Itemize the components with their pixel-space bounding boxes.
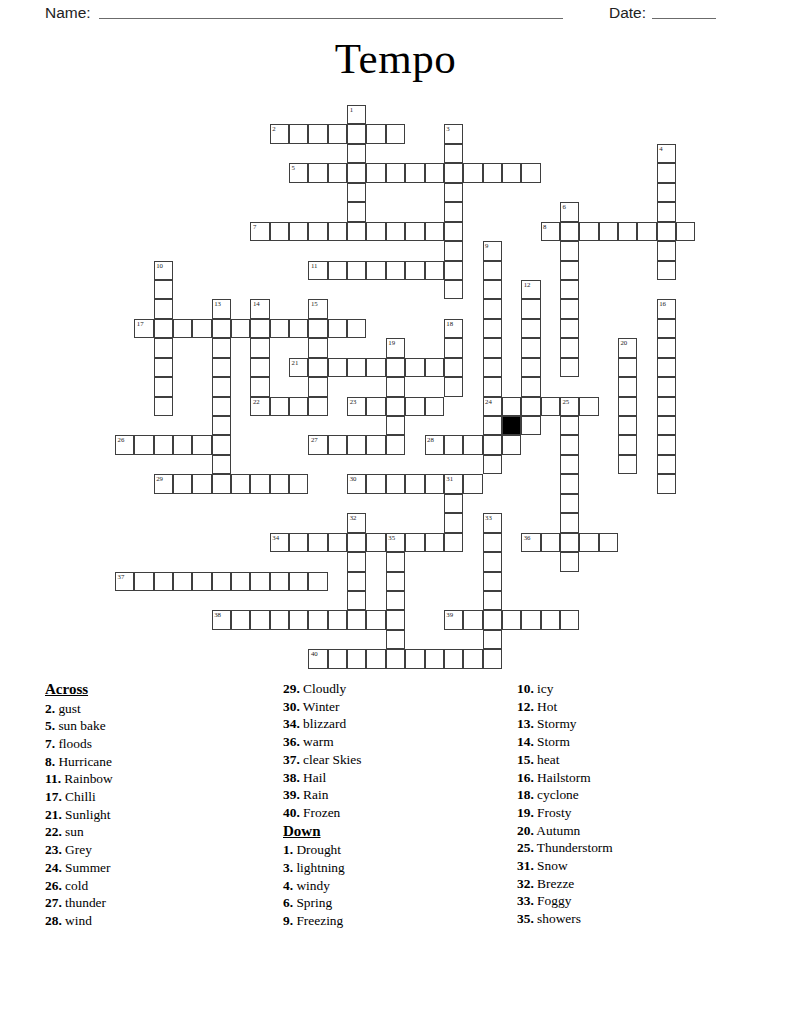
clue-number: 4 <box>659 145 662 153</box>
grid-cell[interactable] <box>483 630 502 649</box>
grid-cell[interactable] <box>560 474 579 493</box>
grid-cell[interactable] <box>386 124 405 143</box>
grid-cell[interactable]: 14 <box>250 299 269 318</box>
grid-cell[interactable] <box>173 572 192 591</box>
grid-cell[interactable] <box>560 552 579 571</box>
clue-number: 29 <box>156 475 163 483</box>
grid-cell[interactable] <box>502 163 521 182</box>
grid-cell[interactable]: 6 <box>560 202 579 221</box>
grid-cell[interactable] <box>212 358 231 377</box>
grid-cell[interactable] <box>212 377 231 396</box>
clue-item: 37. clear Skies <box>283 751 513 769</box>
grid-cell[interactable] <box>541 397 560 416</box>
grid-cell[interactable] <box>347 572 366 591</box>
grid-cell[interactable] <box>347 533 366 552</box>
grid-cell[interactable] <box>231 610 250 629</box>
grid-cell[interactable] <box>366 222 385 241</box>
grid-cell[interactable] <box>657 261 676 280</box>
grid-cell[interactable] <box>289 319 308 338</box>
grid-cell[interactable] <box>250 474 269 493</box>
grid-cell[interactable] <box>289 222 308 241</box>
grid-cell[interactable] <box>347 435 366 454</box>
grid-cell[interactable] <box>483 455 502 474</box>
grid-cell[interactable] <box>444 649 463 668</box>
grid-cell[interactable] <box>657 222 676 241</box>
grid-cell[interactable] <box>212 435 231 454</box>
grid-cell[interactable]: 25 <box>560 397 579 416</box>
grid-cell[interactable] <box>560 222 579 241</box>
grid-cell[interactable] <box>231 572 250 591</box>
grid-cell[interactable]: 29 <box>154 474 173 493</box>
grid-cell[interactable] <box>483 319 502 338</box>
grid-cell[interactable] <box>521 610 540 629</box>
grid-cell[interactable] <box>444 358 463 377</box>
grid-cell[interactable] <box>405 261 424 280</box>
grid-cell[interactable]: 39 <box>444 610 463 629</box>
grid-cell[interactable]: 22 <box>250 397 269 416</box>
grid-cell[interactable] <box>521 299 540 318</box>
grid-cell[interactable] <box>270 222 289 241</box>
grid-cell[interactable] <box>386 435 405 454</box>
grid-cell[interactable]: 3 <box>444 124 463 143</box>
grid-cell[interactable] <box>444 261 463 280</box>
grid-cell[interactable] <box>444 222 463 241</box>
grid-cell[interactable]: 24 <box>483 397 502 416</box>
grid-cell[interactable] <box>405 533 424 552</box>
grid-cell[interactable] <box>154 358 173 377</box>
grid-cell[interactable] <box>521 416 540 435</box>
grid-cell[interactable] <box>366 533 385 552</box>
grid-cell[interactable] <box>231 474 250 493</box>
grid-cell[interactable] <box>386 474 405 493</box>
grid-cell[interactable]: 19 <box>386 338 405 357</box>
clue-item: 33. Foggy <box>517 892 747 910</box>
grid-cell[interactable] <box>560 416 579 435</box>
grid-cell[interactable] <box>386 416 405 435</box>
grid-cell[interactable] <box>579 533 598 552</box>
name-blank-line <box>99 18 563 19</box>
grid-cell[interactable] <box>483 610 502 629</box>
grid-cell[interactable] <box>676 222 695 241</box>
grid-cell[interactable] <box>483 280 502 299</box>
grid-cell[interactable]: 4 <box>657 144 676 163</box>
grid-cell[interactable] <box>444 494 463 513</box>
clue-number: 37 <box>118 573 125 581</box>
grid-cell[interactable] <box>618 435 637 454</box>
clue-number: 6 <box>562 203 565 211</box>
grid-cell[interactable]: 8 <box>541 222 560 241</box>
grid-cell[interactable] <box>463 610 482 629</box>
grid-cell[interactable] <box>347 552 366 571</box>
grid-cell[interactable] <box>347 591 366 610</box>
grid-cell[interactable] <box>192 435 211 454</box>
grid-cell[interactable] <box>657 455 676 474</box>
grid-cell[interactable]: 11 <box>308 261 327 280</box>
grid-cell[interactable] <box>405 649 424 668</box>
grid-cell[interactable] <box>425 222 444 241</box>
grid-cell[interactable]: 26 <box>115 435 134 454</box>
grid-cell[interactable] <box>173 435 192 454</box>
grid-cell[interactable] <box>134 435 153 454</box>
grid-cell[interactable]: 33 <box>483 513 502 532</box>
grid-cell[interactable] <box>347 649 366 668</box>
grid-cell[interactable] <box>366 474 385 493</box>
grid-cell[interactable] <box>386 377 405 396</box>
date-blank-line <box>652 18 716 19</box>
black-cell <box>502 416 521 435</box>
grid-cell[interactable] <box>212 474 231 493</box>
grid-cell[interactable] <box>483 163 502 182</box>
grid-cell[interactable] <box>386 572 405 591</box>
grid-cell[interactable] <box>308 163 327 182</box>
grid-cell[interactable] <box>444 533 463 552</box>
grid-cell[interactable] <box>347 261 366 280</box>
grid-cell[interactable] <box>483 338 502 357</box>
clue-number: 11 <box>311 262 318 270</box>
grid-cell[interactable] <box>405 358 424 377</box>
grid-cell[interactable] <box>657 358 676 377</box>
grid-cell[interactable] <box>366 649 385 668</box>
grid-cell[interactable] <box>347 124 366 143</box>
grid-cell[interactable] <box>386 358 405 377</box>
grid-cell[interactable]: 15 <box>308 299 327 318</box>
grid-cell[interactable] <box>425 474 444 493</box>
grid-cell[interactable]: 36 <box>521 533 540 552</box>
grid-cell[interactable] <box>173 474 192 493</box>
grid-cell[interactable]: 32 <box>347 513 366 532</box>
grid-cell[interactable] <box>386 610 405 629</box>
grid-cell[interactable] <box>154 319 173 338</box>
grid-cell[interactable] <box>289 397 308 416</box>
grid-cell[interactable] <box>599 533 618 552</box>
grid-cell[interactable]: 21 <box>289 358 308 377</box>
grid-cell[interactable] <box>618 358 637 377</box>
grid-cell[interactable] <box>212 455 231 474</box>
grid-cell[interactable] <box>154 397 173 416</box>
grid-cell[interactable] <box>502 435 521 454</box>
grid-cell[interactable] <box>483 358 502 377</box>
grid-cell[interactable] <box>521 319 540 338</box>
grid-cell[interactable] <box>270 610 289 629</box>
grid-cell[interactable] <box>444 163 463 182</box>
grid-cell[interactable] <box>308 610 327 629</box>
grid-cell[interactable] <box>308 338 327 357</box>
grid-cell[interactable] <box>502 610 521 629</box>
grid-cell[interactable] <box>483 377 502 396</box>
grid-cell[interactable] <box>328 261 347 280</box>
grid-cell[interactable] <box>657 435 676 454</box>
grid-cell[interactable] <box>618 377 637 396</box>
grid-cell[interactable] <box>328 649 347 668</box>
grid-cell[interactable] <box>289 474 308 493</box>
grid-cell[interactable] <box>483 261 502 280</box>
grid-cell[interactable] <box>308 533 327 552</box>
grid-cell[interactable] <box>270 397 289 416</box>
clue-number: 13 <box>214 300 221 308</box>
grid-cell[interactable] <box>618 222 637 241</box>
grid-cell[interactable] <box>289 610 308 629</box>
grid-cell[interactable] <box>483 533 502 552</box>
grid-cell[interactable]: 13 <box>212 299 231 318</box>
grid-cell[interactable]: 10 <box>154 261 173 280</box>
grid-cell[interactable] <box>657 474 676 493</box>
grid-cell[interactable]: 7 <box>250 222 269 241</box>
grid-cell[interactable] <box>270 572 289 591</box>
grid-cell[interactable] <box>657 241 676 260</box>
grid-cell[interactable] <box>192 572 211 591</box>
grid-cell[interactable] <box>328 222 347 241</box>
grid-cell[interactable] <box>425 397 444 416</box>
grid-cell[interactable] <box>463 474 482 493</box>
grid-cell[interactable] <box>212 338 231 357</box>
grid-cell[interactable]: 35 <box>386 533 405 552</box>
grid-cell[interactable] <box>289 124 308 143</box>
grid-cell[interactable] <box>560 261 579 280</box>
grid-cell[interactable] <box>405 474 424 493</box>
grid-cell[interactable] <box>328 124 347 143</box>
grid-cell[interactable]: 9 <box>483 241 502 260</box>
grid-cell[interactable] <box>483 591 502 610</box>
grid-cell[interactable] <box>502 397 521 416</box>
grid-cell[interactable] <box>386 222 405 241</box>
grid-cell[interactable] <box>405 163 424 182</box>
grid-cell[interactable] <box>444 183 463 202</box>
grid-cell[interactable]: 28 <box>425 435 444 454</box>
grid-cell[interactable] <box>270 319 289 338</box>
grid-cell[interactable] <box>560 610 579 629</box>
grid-cell[interactable] <box>328 358 347 377</box>
grid-cell[interactable] <box>599 222 618 241</box>
grid-cell[interactable] <box>618 397 637 416</box>
down-clue-list: 1. Drought3. lightning4. windy6. Spring9… <box>283 841 513 930</box>
clue-number: 1 <box>350 106 353 114</box>
grid-cell[interactable]: 2 <box>270 124 289 143</box>
grid-cell[interactable] <box>483 552 502 571</box>
grid-cell[interactable]: 5 <box>289 163 308 182</box>
grid-cell[interactable] <box>521 338 540 357</box>
grid-cell[interactable] <box>521 377 540 396</box>
grid-cell[interactable]: 40 <box>308 649 327 668</box>
grid-cell[interactable] <box>154 338 173 357</box>
grid-cell[interactable] <box>347 358 366 377</box>
grid-cell[interactable] <box>270 474 289 493</box>
grid-cell[interactable] <box>657 377 676 396</box>
grid-cell[interactable] <box>483 416 502 435</box>
grid-cell[interactable] <box>560 241 579 260</box>
grid-cell[interactable] <box>444 513 463 532</box>
grid-cell[interactable] <box>425 163 444 182</box>
grid-cell[interactable] <box>425 358 444 377</box>
grid-cell[interactable] <box>521 358 540 377</box>
grid-cell[interactable] <box>250 358 269 377</box>
grid-cell[interactable] <box>483 572 502 591</box>
grid-cell[interactable] <box>560 280 579 299</box>
grid-cell[interactable] <box>347 222 366 241</box>
grid-cell[interactable] <box>405 397 424 416</box>
grid-cell[interactable] <box>154 299 173 318</box>
grid-cell[interactable] <box>250 338 269 357</box>
grid-cell[interactable] <box>212 319 231 338</box>
grid-cell[interactable] <box>541 610 560 629</box>
grid-cell[interactable] <box>212 397 231 416</box>
clue-item: 18. cyclone <box>517 786 747 804</box>
grid-cell[interactable] <box>560 494 579 513</box>
grid-cell[interactable] <box>637 222 656 241</box>
grid-cell[interactable] <box>366 358 385 377</box>
clue-item: 39. Rain <box>283 786 513 804</box>
grid-cell[interactable]: 1 <box>347 105 366 124</box>
grid-cell[interactable] <box>347 610 366 629</box>
grid-cell[interactable] <box>386 591 405 610</box>
grid-cell[interactable] <box>134 572 153 591</box>
clue-number: 7 <box>253 223 256 231</box>
grid-cell[interactable] <box>212 572 231 591</box>
grid-cell[interactable] <box>173 319 192 338</box>
grid-cell[interactable] <box>328 319 347 338</box>
grid-cell[interactable] <box>444 202 463 221</box>
grid-cell[interactable] <box>425 533 444 552</box>
grid-cell[interactable] <box>328 163 347 182</box>
grid-cell[interactable] <box>579 397 598 416</box>
grid-cell[interactable] <box>425 649 444 668</box>
grid-cell[interactable] <box>366 610 385 629</box>
grid-cell[interactable] <box>231 319 250 338</box>
grid-cell[interactable] <box>386 163 405 182</box>
grid-cell[interactable] <box>386 649 405 668</box>
grid-cell[interactable] <box>366 261 385 280</box>
grid-cell[interactable] <box>444 241 463 260</box>
grid-cell[interactable] <box>250 377 269 396</box>
grid-cell[interactable] <box>347 183 366 202</box>
grid-cell[interactable]: 27 <box>308 435 327 454</box>
grid-cell[interactable]: 30 <box>347 474 366 493</box>
grid-cell[interactable] <box>289 572 308 591</box>
crossword-grid: 1234567891011121314151617181920212223242… <box>115 105 695 669</box>
grid-cell[interactable] <box>192 474 211 493</box>
grid-cell[interactable] <box>444 377 463 396</box>
grid-cell[interactable] <box>657 202 676 221</box>
grid-cell[interactable] <box>560 358 579 377</box>
grid-cell[interactable] <box>366 435 385 454</box>
grid-cell[interactable] <box>347 202 366 221</box>
grid-cell[interactable] <box>308 572 327 591</box>
grid-cell[interactable] <box>521 163 540 182</box>
grid-cell[interactable] <box>308 377 327 396</box>
grid-cell[interactable] <box>657 319 676 338</box>
grid-cell[interactable] <box>618 455 637 474</box>
grid-cell[interactable] <box>579 222 598 241</box>
clue-number: 40 <box>311 650 318 658</box>
grid-cell[interactable] <box>366 163 385 182</box>
grid-cell[interactable]: 12 <box>521 280 540 299</box>
grid-cell[interactable] <box>386 630 405 649</box>
grid-cell[interactable] <box>308 358 327 377</box>
grid-cell[interactable] <box>560 435 579 454</box>
grid-cell[interactable] <box>154 435 173 454</box>
grid-cell[interactable] <box>560 513 579 532</box>
grid-cell[interactable] <box>405 222 424 241</box>
grid-cell[interactable] <box>347 144 366 163</box>
grid-cell[interactable] <box>444 280 463 299</box>
grid-cell[interactable] <box>657 338 676 357</box>
grid-cell[interactable] <box>154 377 173 396</box>
grid-cell[interactable]: 38 <box>212 610 231 629</box>
clue-item: 24. Summer <box>45 859 275 877</box>
grid-cell[interactable] <box>192 319 211 338</box>
grid-cell[interactable]: 23 <box>347 397 366 416</box>
grid-cell[interactable] <box>483 299 502 318</box>
grid-cell[interactable] <box>483 435 502 454</box>
grid-cell[interactable] <box>657 397 676 416</box>
grid-cell[interactable] <box>308 222 327 241</box>
grid-cell[interactable] <box>289 533 308 552</box>
grid-cell[interactable] <box>250 572 269 591</box>
grid-cell[interactable] <box>657 163 676 182</box>
grid-cell[interactable] <box>444 144 463 163</box>
grid-cell[interactable] <box>366 397 385 416</box>
grid-cell[interactable] <box>560 338 579 357</box>
grid-cell[interactable] <box>328 610 347 629</box>
grid-cell[interactable] <box>463 163 482 182</box>
grid-cell[interactable] <box>521 397 540 416</box>
grid-cell[interactable] <box>386 552 405 571</box>
grid-cell[interactable] <box>347 319 366 338</box>
grid-cell[interactable]: 20 <box>618 338 637 357</box>
grid-cell[interactable] <box>308 124 327 143</box>
date-label: Date: <box>609 4 646 22</box>
grid-cell[interactable] <box>444 338 463 357</box>
grid-cell[interactable] <box>250 319 269 338</box>
grid-cell[interactable] <box>560 455 579 474</box>
clue-item: 10. icy <box>517 680 747 698</box>
grid-cell[interactable] <box>541 533 560 552</box>
grid-cell[interactable] <box>250 610 269 629</box>
grid-cell[interactable] <box>444 435 463 454</box>
grid-cell[interactable]: 18 <box>444 319 463 338</box>
grid-cell[interactable] <box>463 435 482 454</box>
grid-cell[interactable] <box>463 649 482 668</box>
grid-cell[interactable] <box>308 319 327 338</box>
grid-cell[interactable] <box>328 533 347 552</box>
grid-cell[interactable] <box>212 416 231 435</box>
grid-cell[interactable] <box>347 163 366 182</box>
grid-cell[interactable]: 37 <box>115 572 134 591</box>
grid-cell[interactable] <box>328 435 347 454</box>
grid-cell[interactable]: 34 <box>270 533 289 552</box>
clue-number: 18 <box>446 320 453 328</box>
grid-cell[interactable] <box>560 533 579 552</box>
grid-cell[interactable]: 16 <box>657 299 676 318</box>
grid-cell[interactable] <box>483 649 502 668</box>
grid-cell[interactable]: 31 <box>444 474 463 493</box>
grid-cell[interactable] <box>560 299 579 318</box>
grid-cell[interactable] <box>425 261 444 280</box>
grid-cell[interactable] <box>154 572 173 591</box>
clue-item: 6. Spring <box>283 894 513 912</box>
clue-item: 17. Chilli <box>45 788 275 806</box>
grid-cell[interactable] <box>308 397 327 416</box>
grid-cell[interactable]: 17 <box>134 319 153 338</box>
grid-cell[interactable] <box>657 416 676 435</box>
grid-cell[interactable] <box>154 280 173 299</box>
grid-cell[interactable] <box>560 319 579 338</box>
grid-cell[interactable] <box>618 416 637 435</box>
clue-item: 22. sun <box>45 823 275 841</box>
grid-cell[interactable] <box>386 261 405 280</box>
grid-cell[interactable] <box>657 183 676 202</box>
grid-cell[interactable] <box>386 397 405 416</box>
grid-cell[interactable] <box>366 124 385 143</box>
